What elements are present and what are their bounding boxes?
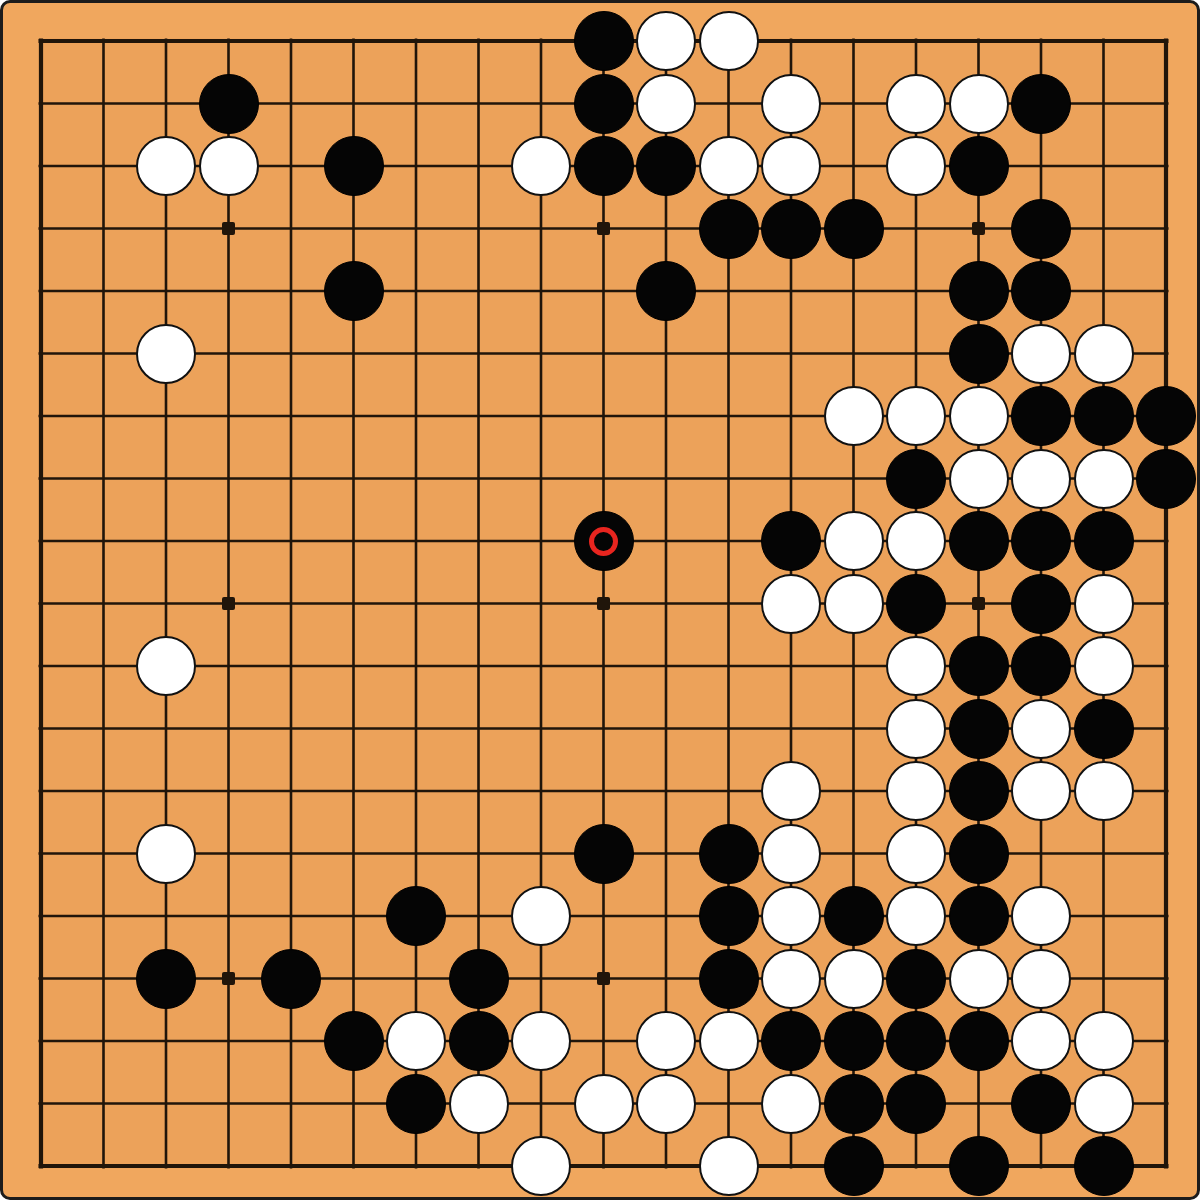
stone-white-L19	[636, 11, 696, 71]
stone-black-M4	[699, 949, 759, 1009]
stone-white-C6	[136, 824, 196, 884]
stone-white-J1	[511, 1136, 571, 1196]
stone-black-P12	[886, 449, 946, 509]
stone-black-R15	[1011, 261, 1071, 321]
last-move-circle-marker	[589, 527, 618, 556]
stone-white-O13	[824, 386, 884, 446]
stone-black-O5	[824, 886, 884, 946]
stone-white-O4	[824, 949, 884, 1009]
stone-black-M5	[699, 886, 759, 946]
stone-white-N4	[761, 949, 821, 1009]
stone-black-K19	[574, 11, 634, 71]
stone-black-S1	[1074, 1136, 1134, 1196]
stone-black-R2	[1011, 1074, 1071, 1134]
star-point	[972, 597, 985, 610]
star-point	[972, 222, 985, 235]
stone-white-S3	[1074, 1011, 1134, 1071]
stone-white-O11	[824, 511, 884, 571]
stone-white-N18	[761, 74, 821, 134]
stone-black-N16	[761, 199, 821, 259]
stone-black-K6	[574, 824, 634, 884]
stone-black-M16	[699, 199, 759, 259]
stone-black-S11	[1074, 511, 1134, 571]
stone-white-R4	[1011, 949, 1071, 1009]
stone-white-L18	[636, 74, 696, 134]
stone-black-T13	[1136, 386, 1196, 446]
stone-black-O1	[824, 1136, 884, 1196]
stone-white-P13	[886, 386, 946, 446]
stone-black-R9	[1011, 636, 1071, 696]
stone-black-K18	[574, 74, 634, 134]
stone-black-P10	[886, 574, 946, 634]
stone-black-F17	[324, 136, 384, 196]
stone-black-R10	[1011, 574, 1071, 634]
stone-white-H2	[449, 1074, 509, 1134]
stone-white-R3	[1011, 1011, 1071, 1071]
stone-white-M1	[699, 1136, 759, 1196]
stone-black-P2	[886, 1074, 946, 1134]
stone-black-G5	[386, 886, 446, 946]
stone-black-T12	[1136, 449, 1196, 509]
stone-white-O10	[824, 574, 884, 634]
stone-black-Q3	[949, 1011, 1009, 1071]
stone-white-P8	[886, 699, 946, 759]
stone-white-R8	[1011, 699, 1071, 759]
stone-white-J5	[511, 886, 571, 946]
stone-white-N6	[761, 824, 821, 884]
stone-white-S9	[1074, 636, 1134, 696]
stone-white-R12	[1011, 449, 1071, 509]
stone-black-O3	[824, 1011, 884, 1071]
stone-black-N11	[761, 511, 821, 571]
stone-white-S10	[1074, 574, 1134, 634]
stone-black-R11	[1011, 511, 1071, 571]
stone-black-C4	[136, 949, 196, 1009]
star-point	[597, 972, 610, 985]
stone-white-P11	[886, 511, 946, 571]
stone-white-G3	[386, 1011, 446, 1071]
stone-white-P6	[886, 824, 946, 884]
stone-white-K2	[574, 1074, 634, 1134]
stone-white-N17	[761, 136, 821, 196]
stone-white-R5	[1011, 886, 1071, 946]
stone-black-L17	[636, 136, 696, 196]
stone-white-N7	[761, 761, 821, 821]
stone-white-J3	[511, 1011, 571, 1071]
stone-black-G2	[386, 1074, 446, 1134]
stone-white-C9	[136, 636, 196, 696]
stone-black-R18	[1011, 74, 1071, 134]
stone-black-Q14	[949, 324, 1009, 384]
stone-black-F15	[324, 261, 384, 321]
stone-black-S13	[1074, 386, 1134, 446]
stone-black-H4	[449, 949, 509, 1009]
stone-white-P17	[886, 136, 946, 196]
stone-white-D17	[199, 136, 259, 196]
stone-black-O2	[824, 1074, 884, 1134]
stone-white-S12	[1074, 449, 1134, 509]
stone-white-N2	[761, 1074, 821, 1134]
stone-white-M19	[699, 11, 759, 71]
stone-white-L2	[636, 1074, 696, 1134]
star-point	[222, 972, 235, 985]
stone-black-L15	[636, 261, 696, 321]
stone-white-N10	[761, 574, 821, 634]
stone-black-H3	[449, 1011, 509, 1071]
star-point	[222, 597, 235, 610]
stone-white-R7	[1011, 761, 1071, 821]
stone-white-N5	[761, 886, 821, 946]
stone-white-Q18	[949, 74, 1009, 134]
stone-black-Q9	[949, 636, 1009, 696]
stone-black-P3	[886, 1011, 946, 1071]
stone-black-M6	[699, 824, 759, 884]
stone-black-N3	[761, 1011, 821, 1071]
stone-black-Q1	[949, 1136, 1009, 1196]
stone-black-Q6	[949, 824, 1009, 884]
stone-white-Q13	[949, 386, 1009, 446]
stone-black-Q17	[949, 136, 1009, 196]
stone-white-C17	[136, 136, 196, 196]
go-board[interactable]	[0, 0, 1200, 1200]
stone-white-P18	[886, 74, 946, 134]
stone-black-F3	[324, 1011, 384, 1071]
stone-white-C14	[136, 324, 196, 384]
stone-black-R13	[1011, 386, 1071, 446]
stone-white-J17	[511, 136, 571, 196]
stone-white-Q4	[949, 949, 1009, 1009]
stone-white-M17	[699, 136, 759, 196]
star-point	[597, 597, 610, 610]
stone-white-P9	[886, 636, 946, 696]
stone-black-S8	[1074, 699, 1134, 759]
stone-white-S14	[1074, 324, 1134, 384]
stone-black-Q15	[949, 261, 1009, 321]
stone-white-R14	[1011, 324, 1071, 384]
stone-white-Q12	[949, 449, 1009, 509]
stone-black-R16	[1011, 199, 1071, 259]
stone-white-P5	[886, 886, 946, 946]
stone-black-O16	[824, 199, 884, 259]
stone-black-E4	[261, 949, 321, 1009]
stone-black-P4	[886, 949, 946, 1009]
stone-white-M3	[699, 1011, 759, 1071]
stone-white-P7	[886, 761, 946, 821]
stone-black-D18	[199, 74, 259, 134]
stone-black-Q11	[949, 511, 1009, 571]
stone-black-Q5	[949, 886, 1009, 946]
stone-black-Q8	[949, 699, 1009, 759]
stone-black-K17	[574, 136, 634, 196]
stone-white-L3	[636, 1011, 696, 1071]
star-point	[222, 222, 235, 235]
star-point	[597, 222, 610, 235]
stone-white-S2	[1074, 1074, 1134, 1134]
stone-white-S7	[1074, 761, 1134, 821]
stone-black-Q7	[949, 761, 1009, 821]
